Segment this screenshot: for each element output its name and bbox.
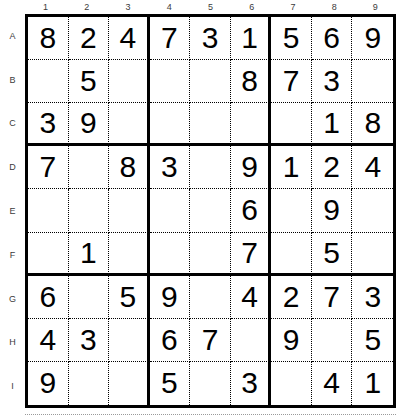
cell-G6[interactable]: 4 — [231, 276, 272, 319]
cell-A9[interactable]: 9 — [352, 17, 393, 60]
cell-B9[interactable] — [352, 60, 393, 103]
cell-D1[interactable]: 7 — [28, 146, 69, 189]
cell-H1[interactable]: 4 — [28, 319, 69, 362]
cell-I3[interactable] — [109, 362, 150, 405]
cell-D3[interactable]: 8 — [109, 146, 150, 189]
row-label-I: I — [0, 364, 25, 408]
cell-E8[interactable]: 9 — [312, 189, 353, 232]
sudoku-board: 8247315695873391878391246917565942734367… — [25, 14, 396, 408]
column-label-gutter: 123456789 — [0, 0, 398, 14]
corner-spacer — [0, 0, 25, 14]
cell-C8[interactable]: 1 — [312, 103, 353, 146]
cell-B3[interactable] — [109, 60, 150, 103]
cell-D6[interactable]: 9 — [231, 146, 272, 189]
cell-A3[interactable]: 4 — [109, 17, 150, 60]
cell-C5[interactable] — [190, 103, 231, 146]
column-label-8: 8 — [314, 0, 355, 14]
cell-G7[interactable]: 2 — [271, 276, 312, 319]
cell-H2[interactable]: 3 — [69, 319, 110, 362]
column-label-6: 6 — [231, 0, 272, 14]
board-body: ABCDEFGHI 824731569587339187839124691756… — [0, 14, 398, 408]
cell-E7[interactable] — [271, 189, 312, 232]
cell-G1[interactable]: 6 — [28, 276, 69, 319]
cell-F6[interactable]: 7 — [231, 233, 272, 276]
cutoff-dotted-line — [25, 414, 396, 415]
column-label-2: 2 — [66, 0, 107, 14]
cell-D8[interactable]: 2 — [312, 146, 353, 189]
cell-I7[interactable] — [271, 362, 312, 405]
column-label-4: 4 — [149, 0, 190, 14]
cell-D4[interactable]: 3 — [150, 146, 191, 189]
cell-H5[interactable]: 7 — [190, 319, 231, 362]
cell-B2[interactable]: 5 — [69, 60, 110, 103]
column-label-9: 9 — [355, 0, 396, 14]
cell-G2[interactable] — [69, 276, 110, 319]
cell-D2[interactable] — [69, 146, 110, 189]
cell-F2[interactable]: 1 — [69, 233, 110, 276]
column-label-3: 3 — [107, 0, 148, 14]
cell-A7[interactable]: 5 — [271, 17, 312, 60]
cell-H4[interactable]: 6 — [150, 319, 191, 362]
column-labels: 123456789 — [25, 0, 396, 14]
cell-E2[interactable] — [69, 189, 110, 232]
cell-E9[interactable] — [352, 189, 393, 232]
cell-I4[interactable]: 5 — [150, 362, 191, 405]
cell-B1[interactable] — [28, 60, 69, 103]
cell-D7[interactable]: 1 — [271, 146, 312, 189]
row-label-H: H — [0, 320, 25, 364]
column-label-7: 7 — [272, 0, 313, 14]
row-labels: ABCDEFGHI — [0, 14, 25, 408]
cell-I5[interactable] — [190, 362, 231, 405]
cell-G5[interactable] — [190, 276, 231, 319]
cell-I8[interactable]: 4 — [312, 362, 353, 405]
cell-H7[interactable]: 9 — [271, 319, 312, 362]
cell-H6[interactable] — [231, 319, 272, 362]
cell-I9[interactable]: 1 — [352, 362, 393, 405]
cell-F9[interactable] — [352, 233, 393, 276]
cell-C7[interactable] — [271, 103, 312, 146]
cell-D9[interactable]: 4 — [352, 146, 393, 189]
cell-C3[interactable] — [109, 103, 150, 146]
cell-B5[interactable] — [190, 60, 231, 103]
cell-B7[interactable]: 7 — [271, 60, 312, 103]
cell-C4[interactable] — [150, 103, 191, 146]
cell-E3[interactable] — [109, 189, 150, 232]
sudoku-page: 123456789 ABCDEFGHI 82473156958733918783… — [0, 0, 398, 418]
cell-H3[interactable] — [109, 319, 150, 362]
cell-F3[interactable] — [109, 233, 150, 276]
cell-A8[interactable]: 6 — [312, 17, 353, 60]
cell-G8[interactable]: 7 — [312, 276, 353, 319]
cell-E6[interactable]: 6 — [231, 189, 272, 232]
cell-C6[interactable] — [231, 103, 272, 146]
cell-F4[interactable] — [150, 233, 191, 276]
cell-A6[interactable]: 1 — [231, 17, 272, 60]
cell-H8[interactable] — [312, 319, 353, 362]
row-label-A: A — [0, 14, 25, 58]
column-label-5: 5 — [190, 0, 231, 14]
cell-A1[interactable]: 8 — [28, 17, 69, 60]
cell-C2[interactable]: 9 — [69, 103, 110, 146]
cell-I6[interactable]: 3 — [231, 362, 272, 405]
cell-I2[interactable] — [69, 362, 110, 405]
cell-B4[interactable] — [150, 60, 191, 103]
cell-C9[interactable]: 8 — [352, 103, 393, 146]
cell-F1[interactable] — [28, 233, 69, 276]
row-label-G: G — [0, 277, 25, 321]
cell-F7[interactable] — [271, 233, 312, 276]
cell-H9[interactable]: 5 — [352, 319, 393, 362]
cell-G4[interactable]: 9 — [150, 276, 191, 319]
row-label-D: D — [0, 145, 25, 189]
cell-A5[interactable]: 3 — [190, 17, 231, 60]
row-label-E: E — [0, 189, 25, 233]
cell-F5[interactable] — [190, 233, 231, 276]
cell-C1[interactable]: 3 — [28, 103, 69, 146]
cell-A2[interactable]: 2 — [69, 17, 110, 60]
cell-I1[interactable]: 9 — [28, 362, 69, 405]
row-label-F: F — [0, 233, 25, 277]
cell-B6[interactable]: 8 — [231, 60, 272, 103]
cell-D5[interactable] — [190, 146, 231, 189]
cell-A4[interactable]: 7 — [150, 17, 191, 60]
cell-E5[interactable] — [190, 189, 231, 232]
cell-E4[interactable] — [150, 189, 191, 232]
cell-G9[interactable]: 3 — [352, 276, 393, 319]
row-label-C: C — [0, 102, 25, 146]
column-label-1: 1 — [25, 0, 66, 14]
cell-F8[interactable]: 5 — [312, 233, 353, 276]
cell-B8[interactable]: 3 — [312, 60, 353, 103]
row-label-B: B — [0, 58, 25, 102]
cell-E1[interactable] — [28, 189, 69, 232]
cell-G3[interactable]: 5 — [109, 276, 150, 319]
